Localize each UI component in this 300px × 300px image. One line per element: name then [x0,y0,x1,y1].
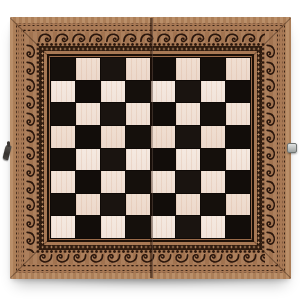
square-e2 [151,194,175,216]
square-a3 [51,171,75,193]
square-e7 [151,81,175,103]
square-f8 [176,58,200,80]
square-h6 [226,103,250,125]
square-g8 [201,58,225,80]
square-h2 [226,194,250,216]
square-f5 [176,126,200,148]
square-d8 [126,58,150,80]
square-g2 [201,194,225,216]
square-f6 [176,103,200,125]
square-c5 [101,126,125,148]
square-d5 [126,126,150,148]
square-e5 [151,126,175,148]
square-g7 [201,81,225,103]
square-h7 [226,81,250,103]
square-b8 [76,58,100,80]
square-e8 [151,58,175,80]
square-a6 [51,103,75,125]
square-g4 [201,149,225,171]
square-f2 [176,194,200,216]
chess-board [10,17,291,279]
square-h3 [226,171,250,193]
square-f4 [176,149,200,171]
square-h4 [226,149,250,171]
square-h8 [226,58,250,80]
square-d3 [126,171,150,193]
square-b4 [76,149,100,171]
square-f7 [176,81,200,103]
square-e1 [151,216,175,238]
square-b6 [76,103,100,125]
square-b3 [76,171,100,193]
square-a7 [51,81,75,103]
square-d2 [126,194,150,216]
scroll-strip-left [25,43,36,253]
square-c6 [101,103,125,125]
square-a4 [51,149,75,171]
square-f3 [176,171,200,193]
square-a2 [51,194,75,216]
square-e3 [151,171,175,193]
square-e6 [151,103,175,125]
square-a1 [51,216,75,238]
square-g3 [201,171,225,193]
square-g5 [201,126,225,148]
square-c8 [101,58,125,80]
square-d7 [126,81,150,103]
right-hinge-pin-icon [287,143,297,153]
square-b2 [76,194,100,216]
square-c1 [101,216,125,238]
square-f1 [176,216,200,238]
square-c2 [101,194,125,216]
square-c3 [101,171,125,193]
square-d1 [126,216,150,238]
square-h5 [226,126,250,148]
square-b7 [76,81,100,103]
square-h1 [226,216,250,238]
square-a5 [51,126,75,148]
square-g6 [201,103,225,125]
square-c4 [101,149,125,171]
square-c7 [101,81,125,103]
square-b1 [76,216,100,238]
square-d4 [126,149,150,171]
square-d6 [126,103,150,125]
square-e4 [151,149,175,171]
scroll-strip-right [265,43,276,253]
square-b5 [76,126,100,148]
square-g1 [201,216,225,238]
square-a8 [51,58,75,80]
center-fold-seam [150,18,153,278]
product-photo [0,0,300,300]
